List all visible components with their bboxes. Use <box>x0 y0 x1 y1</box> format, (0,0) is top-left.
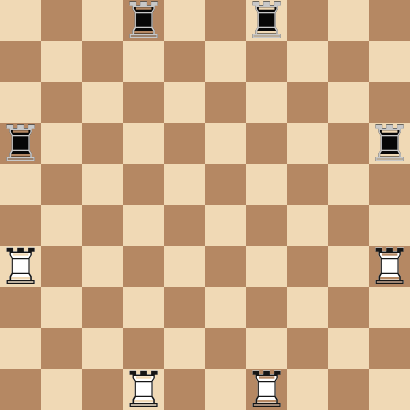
square-i5[interactable] <box>328 205 369 246</box>
square-b3[interactable] <box>41 287 82 328</box>
square-d3[interactable] <box>123 287 164 328</box>
square-j2[interactable] <box>369 328 410 369</box>
square-j5[interactable] <box>369 205 410 246</box>
square-a10[interactable] <box>0 0 41 41</box>
square-h1[interactable] <box>287 369 328 410</box>
square-c5[interactable] <box>82 205 123 246</box>
square-c7[interactable] <box>82 123 123 164</box>
black-rook-outline-glyph: ♖ <box>0 123 41 164</box>
white-rook[interactable]: ♜♖ <box>0 246 41 287</box>
square-f10[interactable] <box>205 0 246 41</box>
black-rook-outline-glyph: ♖ <box>369 123 410 164</box>
square-a8[interactable] <box>0 82 41 123</box>
square-h7[interactable] <box>287 123 328 164</box>
square-a6[interactable] <box>0 164 41 205</box>
square-a7[interactable]: ♜♖ <box>0 123 41 164</box>
black-rook-outline-glyph: ♖ <box>246 0 287 41</box>
square-h10[interactable] <box>287 0 328 41</box>
square-j4[interactable]: ♜♖ <box>369 246 410 287</box>
square-f5[interactable] <box>205 205 246 246</box>
square-b5[interactable] <box>41 205 82 246</box>
square-g5[interactable] <box>246 205 287 246</box>
square-i10[interactable] <box>328 0 369 41</box>
square-d9[interactable] <box>123 41 164 82</box>
square-e5[interactable] <box>164 205 205 246</box>
square-c9[interactable] <box>82 41 123 82</box>
square-b9[interactable] <box>41 41 82 82</box>
square-h9[interactable] <box>287 41 328 82</box>
square-g9[interactable] <box>246 41 287 82</box>
square-b4[interactable] <box>41 246 82 287</box>
square-i3[interactable] <box>328 287 369 328</box>
square-i6[interactable] <box>328 164 369 205</box>
white-rook-fill-glyph: ♜ <box>123 369 164 410</box>
square-d6[interactable] <box>123 164 164 205</box>
square-e3[interactable] <box>164 287 205 328</box>
square-d4[interactable] <box>123 246 164 287</box>
square-g6[interactable] <box>246 164 287 205</box>
square-b8[interactable] <box>41 82 82 123</box>
square-d5[interactable] <box>123 205 164 246</box>
square-c6[interactable] <box>82 164 123 205</box>
square-e4[interactable] <box>164 246 205 287</box>
square-a5[interactable] <box>0 205 41 246</box>
white-rook-fill-glyph: ♜ <box>246 369 287 410</box>
square-b10[interactable] <box>41 0 82 41</box>
square-e10[interactable] <box>164 0 205 41</box>
black-rook[interactable]: ♜♖ <box>369 123 410 164</box>
square-e6[interactable] <box>164 164 205 205</box>
square-b2[interactable] <box>41 328 82 369</box>
white-rook-fill-glyph: ♜ <box>369 246 410 287</box>
square-g3[interactable] <box>246 287 287 328</box>
square-g10[interactable]: ♜♖ <box>246 0 287 41</box>
square-d7[interactable] <box>123 123 164 164</box>
square-i2[interactable] <box>328 328 369 369</box>
square-i9[interactable] <box>328 41 369 82</box>
square-i7[interactable] <box>328 123 369 164</box>
chessboard: ♜♖♜♖♜♖♜♖♜♖♜♖♜♖♜♖ <box>0 0 410 410</box>
square-d8[interactable] <box>123 82 164 123</box>
square-h4[interactable] <box>287 246 328 287</box>
square-f6[interactable] <box>205 164 246 205</box>
square-f2[interactable] <box>205 328 246 369</box>
square-g7[interactable] <box>246 123 287 164</box>
square-f9[interactable] <box>205 41 246 82</box>
square-b1[interactable] <box>41 369 82 410</box>
square-c8[interactable] <box>82 82 123 123</box>
square-g4[interactable] <box>246 246 287 287</box>
square-h2[interactable] <box>287 328 328 369</box>
square-h6[interactable] <box>287 164 328 205</box>
square-c4[interactable] <box>82 246 123 287</box>
square-h5[interactable] <box>287 205 328 246</box>
white-rook-outline-glyph: ♖ <box>369 246 410 287</box>
square-d10[interactable]: ♜♖ <box>123 0 164 41</box>
square-f7[interactable] <box>205 123 246 164</box>
white-rook[interactable]: ♜♖ <box>369 246 410 287</box>
black-rook-outline-glyph: ♖ <box>123 0 164 41</box>
square-j9[interactable] <box>369 41 410 82</box>
square-i8[interactable] <box>328 82 369 123</box>
square-b7[interactable] <box>41 123 82 164</box>
square-a3[interactable] <box>0 287 41 328</box>
white-rook-outline-glyph: ♖ <box>246 369 287 410</box>
white-rook-fill-glyph: ♜ <box>0 246 41 287</box>
square-e9[interactable] <box>164 41 205 82</box>
square-b6[interactable] <box>41 164 82 205</box>
square-e7[interactable] <box>164 123 205 164</box>
white-rook[interactable]: ♜♖ <box>123 369 164 410</box>
square-j8[interactable] <box>369 82 410 123</box>
square-c10[interactable] <box>82 0 123 41</box>
black-rook[interactable]: ♜♖ <box>123 0 164 41</box>
black-rook-fill-glyph: ♜ <box>369 123 410 164</box>
square-a9[interactable] <box>0 41 41 82</box>
square-j7[interactable]: ♜♖ <box>369 123 410 164</box>
square-d2[interactable] <box>123 328 164 369</box>
square-f4[interactable] <box>205 246 246 287</box>
square-d1[interactable]: ♜♖ <box>123 369 164 410</box>
square-j1[interactable] <box>369 369 410 410</box>
square-c1[interactable] <box>82 369 123 410</box>
square-i1[interactable] <box>328 369 369 410</box>
square-e2[interactable] <box>164 328 205 369</box>
black-rook-fill-glyph: ♜ <box>246 0 287 41</box>
square-e8[interactable] <box>164 82 205 123</box>
square-g8[interactable] <box>246 82 287 123</box>
square-c3[interactable] <box>82 287 123 328</box>
black-rook[interactable]: ♜♖ <box>0 123 41 164</box>
square-a4[interactable]: ♜♖ <box>0 246 41 287</box>
square-a2[interactable] <box>0 328 41 369</box>
black-rook-fill-glyph: ♜ <box>123 0 164 41</box>
square-a1[interactable] <box>0 369 41 410</box>
square-i4[interactable] <box>328 246 369 287</box>
white-rook-outline-glyph: ♖ <box>123 369 164 410</box>
square-j3[interactable] <box>369 287 410 328</box>
black-rook[interactable]: ♜♖ <box>246 0 287 41</box>
square-g1[interactable]: ♜♖ <box>246 369 287 410</box>
square-g2[interactable] <box>246 328 287 369</box>
white-rook-outline-glyph: ♖ <box>0 246 41 287</box>
square-j6[interactable] <box>369 164 410 205</box>
square-c2[interactable] <box>82 328 123 369</box>
square-h8[interactable] <box>287 82 328 123</box>
square-f1[interactable] <box>205 369 246 410</box>
square-h3[interactable] <box>287 287 328 328</box>
square-f8[interactable] <box>205 82 246 123</box>
square-j10[interactable] <box>369 0 410 41</box>
square-e1[interactable] <box>164 369 205 410</box>
square-f3[interactable] <box>205 287 246 328</box>
black-rook-fill-glyph: ♜ <box>0 123 41 164</box>
white-rook[interactable]: ♜♖ <box>246 369 287 410</box>
